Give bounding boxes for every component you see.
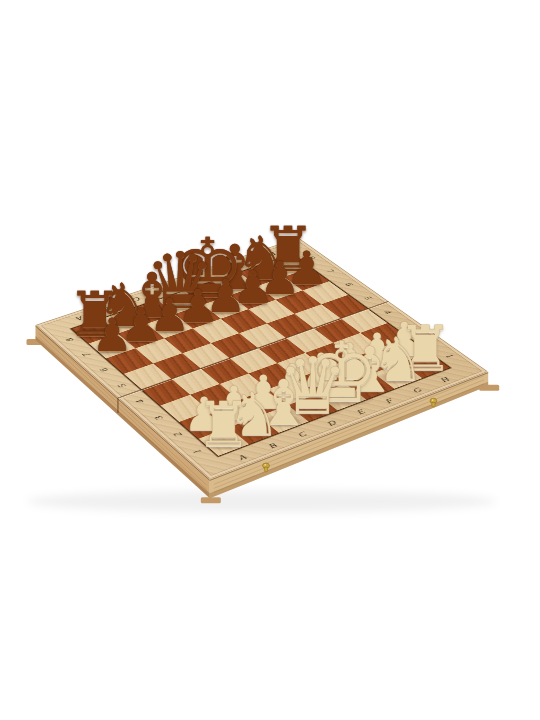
file-label-back-d: D xyxy=(158,286,171,293)
file-label-front-g: G xyxy=(410,386,424,394)
file-label-back-h: H xyxy=(266,251,278,258)
playing-area xyxy=(72,255,450,456)
bracket-foot xyxy=(201,497,221,503)
file-label-back-g: G xyxy=(239,259,251,266)
rank-label-right-6: 6 xyxy=(343,282,355,287)
rank-label-left-8: 8 xyxy=(62,337,75,343)
file-label-back-a: A xyxy=(74,315,86,322)
bracket-foot xyxy=(26,339,46,345)
rank-label-left-1: 1 xyxy=(189,448,203,455)
rank-label-left-3: 3 xyxy=(151,415,165,422)
file-label-front-c: C xyxy=(295,430,309,438)
rank-label-left-7: 7 xyxy=(79,352,92,358)
file-label-back-c: C xyxy=(131,296,143,303)
rank-label-left-2: 2 xyxy=(170,431,184,438)
rank-label-left-6: 6 xyxy=(96,367,109,373)
file-label-back-f: F xyxy=(213,268,225,274)
file-label-front-b: B xyxy=(265,441,278,449)
ground-shadow xyxy=(27,490,497,512)
product-photo-stage: AABBCCDDEEFFGGHH1122334455667788 ♜♞♝♛♚♝♞… xyxy=(0,0,540,720)
file-label-front-e: E xyxy=(354,407,367,415)
rank-label-left-4: 4 xyxy=(132,399,146,405)
file-label-front-d: D xyxy=(324,418,338,426)
bracket-foot xyxy=(479,385,499,391)
rank-label-right-2: 2 xyxy=(422,338,435,344)
file-label-front-f: F xyxy=(382,397,395,405)
rank-label-right-1: 1 xyxy=(443,353,456,359)
squares-grid xyxy=(72,255,450,456)
rank-label-right-3: 3 xyxy=(402,324,415,330)
file-label-back-b: B xyxy=(103,305,115,312)
file-label-back-e: E xyxy=(186,277,198,284)
rank-label-right-5: 5 xyxy=(362,295,374,301)
rank-label-right-8: 8 xyxy=(306,255,318,260)
brass-clasp-icon xyxy=(430,398,437,407)
file-label-front-h: H xyxy=(437,375,451,383)
rank-label-left-5: 5 xyxy=(114,383,127,389)
rank-label-right-7: 7 xyxy=(324,268,336,273)
chess-board: AABBCCDDEEFFGGHH1122334455667788 xyxy=(35,238,488,480)
rank-label-right-4: 4 xyxy=(382,309,395,315)
brass-clasp-icon xyxy=(263,463,270,472)
file-label-front-a: A xyxy=(235,453,248,461)
